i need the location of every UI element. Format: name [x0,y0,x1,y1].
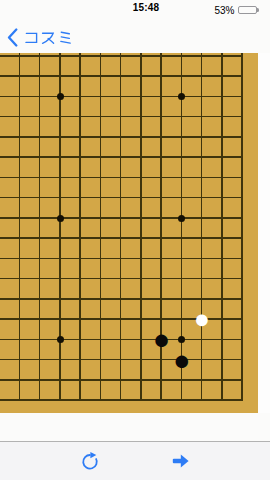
battery-nub [257,8,259,12]
star-point [57,336,64,343]
nav-title-glyphs [23,29,74,46]
nav-back-button[interactable]: コスミ [7,24,74,50]
go-board: ●●● [0,53,258,413]
phone-screen: { "status_bar": { "time": "15:48", "batt… [0,0,270,480]
restart-button[interactable] [68,442,112,480]
chevron-left-icon [7,28,18,47]
battery-percent: 53% [214,5,234,16]
star-point [178,336,185,343]
nav-bar: コスミ [0,20,270,53]
star-point [57,93,64,100]
white-stone: ● [192,309,212,329]
refresh-icon [80,451,100,471]
go-board-viewport: ●●● [0,53,270,413]
star-point [57,215,64,222]
bottom-toolbar [0,441,270,480]
star-point [178,215,185,222]
status-right-group: 53% [214,0,259,20]
go-board-grid[interactable]: ●●● [0,53,253,411]
black-stone: ● [172,349,192,369]
star-point [178,93,185,100]
battery-icon [238,6,260,14]
arrow-right-icon [171,451,191,471]
status-bar: 15:48 53% [0,0,270,20]
next-move-button[interactable] [159,442,203,480]
black-stone: ● [151,329,171,349]
status-time: 15:48 [133,2,160,13]
